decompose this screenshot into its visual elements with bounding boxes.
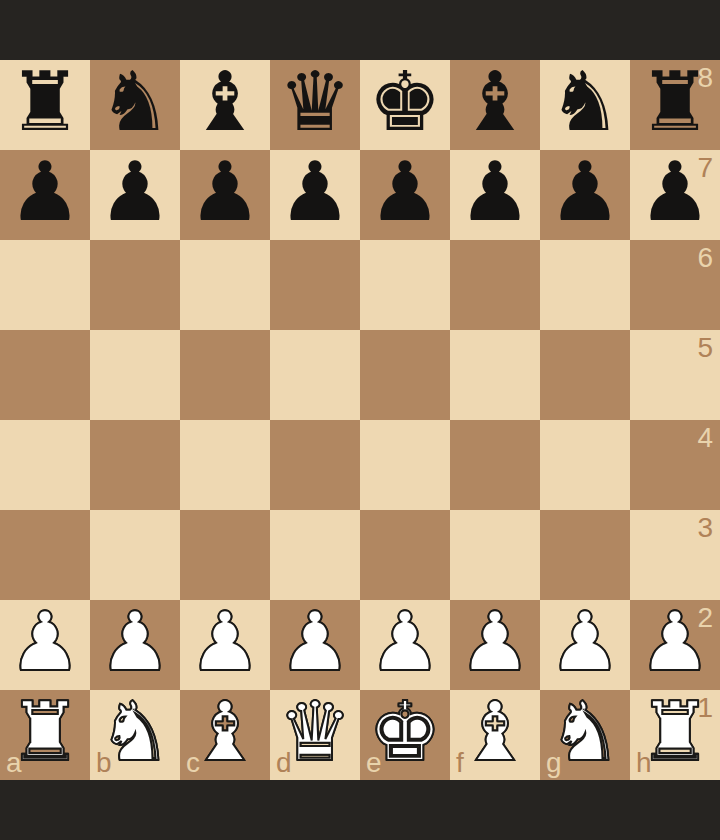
piece-white-bishop[interactable]: ♝ (458, 687, 532, 777)
piece-black-rook[interactable]: ♜ (8, 57, 82, 147)
piece-black-rook[interactable]: ♜ (638, 57, 712, 147)
square-h7[interactable]: ♟7 (630, 150, 720, 240)
square-h1[interactable]: ♜1h (630, 690, 720, 780)
square-g7[interactable]: ♟ (540, 150, 630, 240)
square-c2[interactable]: ♟ (180, 600, 270, 690)
piece-white-pawn[interactable]: ♟ (278, 597, 352, 687)
square-d8[interactable]: ♛ (270, 60, 360, 150)
piece-black-pawn[interactable]: ♟ (8, 147, 82, 237)
square-b6[interactable] (90, 240, 180, 330)
chess-board: ♜♞♝♛♚♝♞♜8♟♟♟♟♟♟♟♟76543♟♟♟♟♟♟♟♟2♜a♞b♝c♛d♚… (0, 60, 720, 780)
square-g1[interactable]: ♞g (540, 690, 630, 780)
piece-black-pawn[interactable]: ♟ (458, 147, 532, 237)
piece-white-pawn[interactable]: ♟ (638, 597, 712, 687)
piece-black-knight[interactable]: ♞ (548, 57, 622, 147)
square-h4[interactable]: 4 (630, 420, 720, 510)
square-g5[interactable] (540, 330, 630, 420)
square-e3[interactable] (360, 510, 450, 600)
piece-white-bishop[interactable]: ♝ (188, 687, 262, 777)
square-f7[interactable]: ♟ (450, 150, 540, 240)
square-a7[interactable]: ♟ (0, 150, 90, 240)
square-h6[interactable]: 6 (630, 240, 720, 330)
square-c6[interactable] (180, 240, 270, 330)
square-a3[interactable] (0, 510, 90, 600)
square-c7[interactable]: ♟ (180, 150, 270, 240)
piece-black-king[interactable]: ♚ (368, 57, 442, 147)
square-g6[interactable] (540, 240, 630, 330)
piece-black-knight[interactable]: ♞ (98, 57, 172, 147)
square-a1[interactable]: ♜a (0, 690, 90, 780)
square-h2[interactable]: ♟2 (630, 600, 720, 690)
square-a4[interactable] (0, 420, 90, 510)
square-d6[interactable] (270, 240, 360, 330)
piece-white-pawn[interactable]: ♟ (8, 597, 82, 687)
square-e6[interactable] (360, 240, 450, 330)
square-e7[interactable]: ♟ (360, 150, 450, 240)
square-f2[interactable]: ♟ (450, 600, 540, 690)
square-e1[interactable]: ♚e (360, 690, 450, 780)
piece-white-pawn[interactable]: ♟ (458, 597, 532, 687)
square-c5[interactable] (180, 330, 270, 420)
piece-white-pawn[interactable]: ♟ (368, 597, 442, 687)
piece-black-pawn[interactable]: ♟ (98, 147, 172, 237)
piece-white-knight[interactable]: ♞ (98, 687, 172, 777)
piece-black-pawn[interactable]: ♟ (548, 147, 622, 237)
square-g4[interactable] (540, 420, 630, 510)
square-f1[interactable]: ♝f (450, 690, 540, 780)
piece-black-bishop[interactable]: ♝ (188, 57, 262, 147)
square-h3[interactable]: 3 (630, 510, 720, 600)
square-b2[interactable]: ♟ (90, 600, 180, 690)
square-f5[interactable] (450, 330, 540, 420)
square-f3[interactable] (450, 510, 540, 600)
piece-white-queen[interactable]: ♛ (278, 687, 352, 777)
square-g2[interactable]: ♟ (540, 600, 630, 690)
piece-black-pawn[interactable]: ♟ (368, 147, 442, 237)
piece-black-bishop[interactable]: ♝ (458, 57, 532, 147)
square-d1[interactable]: ♛d (270, 690, 360, 780)
square-b4[interactable] (90, 420, 180, 510)
square-d5[interactable] (270, 330, 360, 420)
square-e4[interactable] (360, 420, 450, 510)
piece-white-king[interactable]: ♚ (368, 687, 442, 777)
rank-label-6: 6 (697, 244, 713, 272)
square-a6[interactable] (0, 240, 90, 330)
square-c4[interactable] (180, 420, 270, 510)
piece-black-queen[interactable]: ♛ (278, 57, 352, 147)
square-f4[interactable] (450, 420, 540, 510)
piece-black-pawn[interactable]: ♟ (278, 147, 352, 237)
square-d2[interactable]: ♟ (270, 600, 360, 690)
square-h5[interactable]: 5 (630, 330, 720, 420)
square-e5[interactable] (360, 330, 450, 420)
piece-black-pawn[interactable]: ♟ (188, 147, 262, 237)
piece-white-pawn[interactable]: ♟ (98, 597, 172, 687)
page-background: ♜♞♝♛♚♝♞♜8♟♟♟♟♟♟♟♟76543♟♟♟♟♟♟♟♟2♜a♞b♝c♛d♚… (0, 0, 720, 840)
square-d3[interactable] (270, 510, 360, 600)
piece-black-pawn[interactable]: ♟ (638, 147, 712, 237)
square-f6[interactable] (450, 240, 540, 330)
square-g8[interactable]: ♞ (540, 60, 630, 150)
square-b7[interactable]: ♟ (90, 150, 180, 240)
square-c3[interactable] (180, 510, 270, 600)
square-b3[interactable] (90, 510, 180, 600)
square-c1[interactable]: ♝c (180, 690, 270, 780)
piece-white-pawn[interactable]: ♟ (188, 597, 262, 687)
square-d4[interactable] (270, 420, 360, 510)
square-h8[interactable]: ♜8 (630, 60, 720, 150)
piece-white-pawn[interactable]: ♟ (548, 597, 622, 687)
square-e8[interactable]: ♚ (360, 60, 450, 150)
square-c8[interactable]: ♝ (180, 60, 270, 150)
square-d7[interactable]: ♟ (270, 150, 360, 240)
piece-white-knight[interactable]: ♞ (548, 687, 622, 777)
square-a2[interactable]: ♟ (0, 600, 90, 690)
square-g3[interactable] (540, 510, 630, 600)
piece-white-rook[interactable]: ♜ (8, 687, 82, 777)
square-b5[interactable] (90, 330, 180, 420)
piece-white-rook[interactable]: ♜ (638, 687, 712, 777)
rank-label-4: 4 (697, 424, 713, 452)
square-b1[interactable]: ♞b (90, 690, 180, 780)
square-f8[interactable]: ♝ (450, 60, 540, 150)
square-b8[interactable]: ♞ (90, 60, 180, 150)
square-a5[interactable] (0, 330, 90, 420)
rank-label-3: 3 (697, 514, 713, 542)
square-a8[interactable]: ♜ (0, 60, 90, 150)
rank-label-5: 5 (697, 334, 713, 362)
square-e2[interactable]: ♟ (360, 600, 450, 690)
